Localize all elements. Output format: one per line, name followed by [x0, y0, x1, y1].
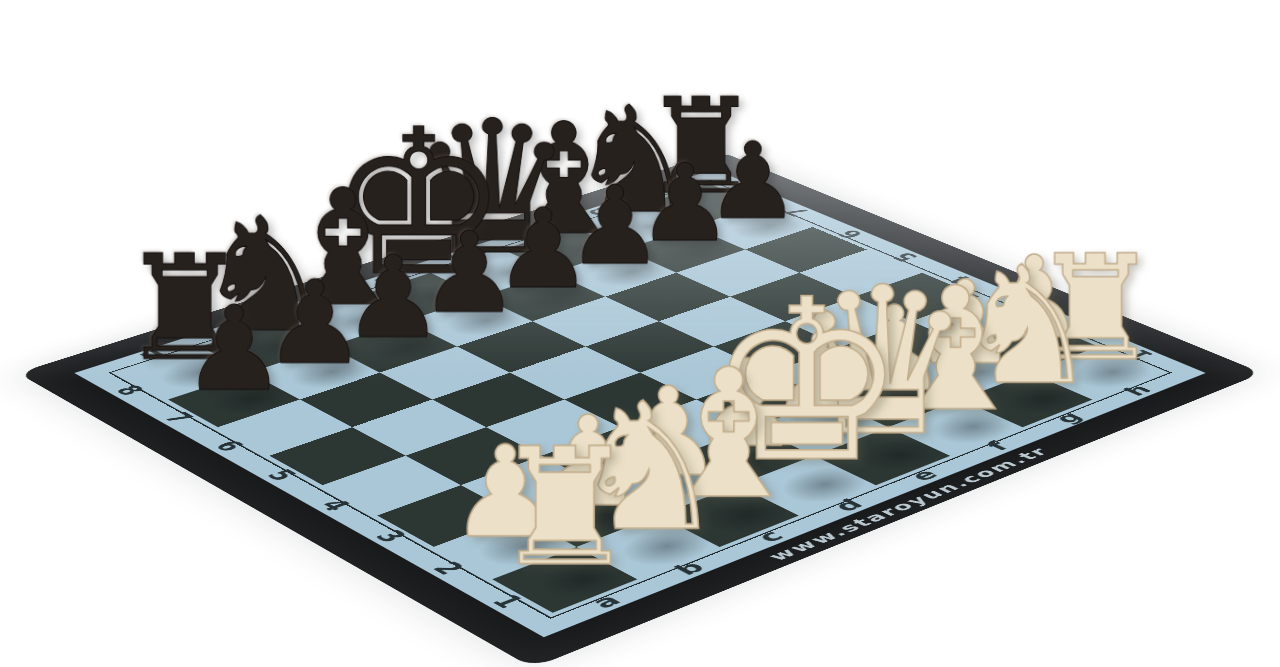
file-label-a: a: [587, 592, 626, 610]
rank-label-3: 3: [370, 528, 411, 545]
file-label-g: g: [1050, 410, 1087, 426]
board-scene: ♜♞♝♚♛♝♞♜♟♟♟♟♟♟♟♟♟♟♟♟♟♟♟♟♜♞♝♚♛♝♞♜ aabbccd…: [200, 0, 1080, 667]
black-pawn-a7[interactable]: ♟: [182, 291, 287, 408]
rank-label-6-far: 6: [834, 228, 868, 240]
rank-label-4: 4: [315, 497, 355, 514]
rank-label-7: 7: [159, 410, 198, 425]
rank-label-8: 8: [110, 383, 148, 398]
rank-label-1: 1: [486, 592, 528, 611]
file-label-b: b: [670, 559, 710, 577]
file-label-h: h: [1120, 383, 1156, 398]
board-coordinate-border: ♜♞♝♚♛♝♞♜♟♟♟♟♟♟♟♟♟♟♟♟♟♟♟♟♜♞♝♚♛♝♞♜ aabbccd…: [74, 169, 1205, 637]
rank-label-2: 2: [427, 559, 468, 577]
chess-board-mat: ♜♞♝♚♛♝♞♜♟♟♟♟♟♟♟♟♟♟♟♟♟♟♟♟♜♞♝♚♛♝♞♜ aabbccd…: [18, 151, 1263, 667]
file-label-c: c: [753, 528, 789, 544]
rank-label-5: 5: [261, 467, 301, 483]
white-rook-a1[interactable]: ♜: [492, 426, 637, 588]
file-label-d: d: [829, 497, 867, 514]
chess-board-grid: ♜♞♝♚♛♝♞♜♟♟♟♟♟♟♟♟♟♟♟♟♟♟♟♟♜♞♝♚♛♝♞♜: [120, 183, 1161, 612]
rank-label-6: 6: [209, 438, 248, 454]
photo-background: ♜♞♝♚♛♝♞♜♟♟♟♟♟♟♟♟♟♟♟♟♟♟♟♟♜♞♝♚♛♝♞♜ aabbccd…: [0, 0, 1280, 667]
file-label-e: e: [906, 467, 943, 483]
file-label-f: f: [982, 439, 1013, 452]
